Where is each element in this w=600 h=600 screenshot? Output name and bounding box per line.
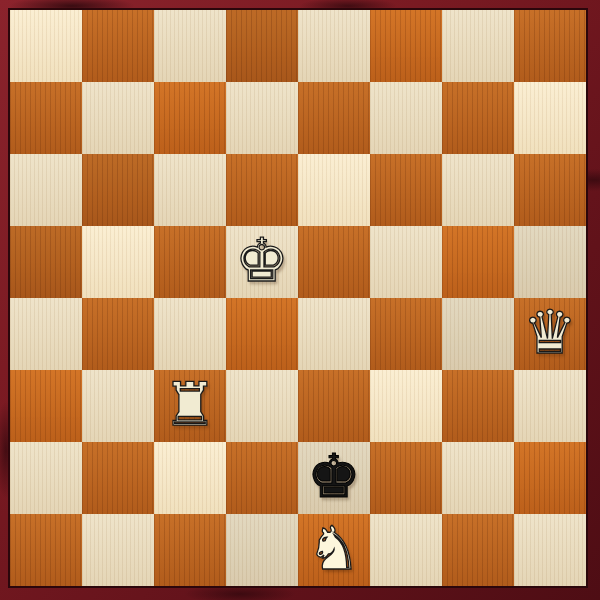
square-e5[interactable] (298, 226, 370, 298)
square-a6[interactable] (10, 154, 82, 226)
square-f4[interactable] (370, 298, 442, 370)
square-f6[interactable] (370, 154, 442, 226)
square-c1[interactable] (154, 514, 226, 586)
square-d6[interactable] (226, 154, 298, 226)
square-d2[interactable] (226, 442, 298, 514)
piece-black-king[interactable]: ♚ (307, 446, 361, 506)
square-c7[interactable] (154, 82, 226, 154)
square-e8[interactable] (298, 10, 370, 82)
square-d1[interactable] (226, 514, 298, 586)
piece-white-queen[interactable]: ♛ (523, 302, 577, 362)
square-e7[interactable] (298, 82, 370, 154)
square-f2[interactable] (370, 442, 442, 514)
board: ♚♛♜♚♞ (8, 8, 588, 588)
square-f7[interactable] (370, 82, 442, 154)
square-h2[interactable] (514, 442, 586, 514)
square-g5[interactable] (442, 226, 514, 298)
square-h1[interactable] (514, 514, 586, 586)
square-b2[interactable] (82, 442, 154, 514)
square-b4[interactable] (82, 298, 154, 370)
square-f1[interactable] (370, 514, 442, 586)
square-d8[interactable] (226, 10, 298, 82)
square-c4[interactable] (154, 298, 226, 370)
square-b7[interactable] (82, 82, 154, 154)
square-e4[interactable] (298, 298, 370, 370)
square-a3[interactable] (10, 370, 82, 442)
square-c6[interactable] (154, 154, 226, 226)
square-b6[interactable] (82, 154, 154, 226)
square-g2[interactable] (442, 442, 514, 514)
square-b1[interactable] (82, 514, 154, 586)
square-e1[interactable]: ♞ (298, 514, 370, 586)
square-f5[interactable] (370, 226, 442, 298)
square-c5[interactable] (154, 226, 226, 298)
square-h3[interactable] (514, 370, 586, 442)
square-c8[interactable] (154, 10, 226, 82)
piece-white-rook[interactable]: ♜ (163, 374, 217, 434)
square-f8[interactable] (370, 10, 442, 82)
square-a2[interactable] (10, 442, 82, 514)
square-h6[interactable] (514, 154, 586, 226)
square-b8[interactable] (82, 10, 154, 82)
square-b3[interactable] (82, 370, 154, 442)
square-g3[interactable] (442, 370, 514, 442)
square-g1[interactable] (442, 514, 514, 586)
square-d5[interactable]: ♚ (226, 226, 298, 298)
square-a8[interactable] (10, 10, 82, 82)
square-d4[interactable] (226, 298, 298, 370)
square-b5[interactable] (82, 226, 154, 298)
square-e2[interactable]: ♚ (298, 442, 370, 514)
square-h7[interactable] (514, 82, 586, 154)
square-h8[interactable] (514, 10, 586, 82)
square-d3[interactable] (226, 370, 298, 442)
square-c3[interactable]: ♜ (154, 370, 226, 442)
square-a1[interactable] (10, 514, 82, 586)
piece-white-knight[interactable]: ♞ (307, 518, 361, 578)
square-a5[interactable] (10, 226, 82, 298)
square-d7[interactable] (226, 82, 298, 154)
board-frame: ♚♛♜♚♞ (0, 0, 600, 600)
square-a7[interactable] (10, 82, 82, 154)
square-h4[interactable]: ♛ (514, 298, 586, 370)
square-g6[interactable] (442, 154, 514, 226)
square-f3[interactable] (370, 370, 442, 442)
square-g7[interactable] (442, 82, 514, 154)
square-c2[interactable] (154, 442, 226, 514)
square-g8[interactable] (442, 10, 514, 82)
square-e6[interactable] (298, 154, 370, 226)
square-g4[interactable] (442, 298, 514, 370)
piece-white-king[interactable]: ♚ (235, 230, 289, 290)
square-h5[interactable] (514, 226, 586, 298)
square-a4[interactable] (10, 298, 82, 370)
square-e3[interactable] (298, 370, 370, 442)
